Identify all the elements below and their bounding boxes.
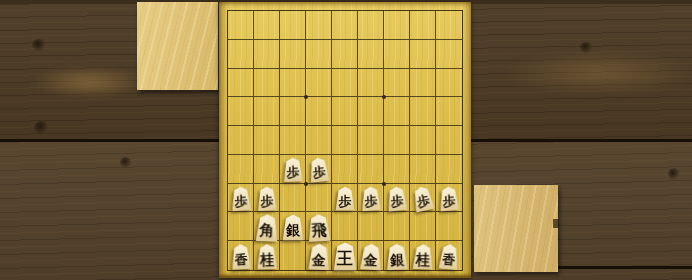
komadai-right[interactable] [474,185,558,272]
hoshi-dot [304,95,308,99]
square-4-2[interactable] [254,97,280,126]
square-2-5[interactable] [332,40,358,69]
piece-pawn[interactable]: 歩 [257,186,278,211]
piece-gold[interactable]: 金 [359,243,382,270]
square-2-3[interactable] [280,40,306,69]
square-2-1[interactable] [228,40,254,69]
square-1-2[interactable] [254,11,280,40]
square-5-4[interactable] [306,126,332,155]
square-2-6[interactable] [358,40,384,69]
wood-knot [34,121,49,134]
piece-bishop[interactable]: 角 [255,214,279,242]
square-6-6[interactable] [358,155,384,184]
square-6-5[interactable] [332,155,358,184]
square-3-6[interactable] [358,69,384,98]
square-6-7[interactable] [384,155,410,184]
square-8-5[interactable] [332,212,358,241]
square-9-3[interactable] [280,241,306,270]
board-grid: 歩歩歩歩歩歩歩歩歩角銀飛香桂金王金銀桂香 [227,10,463,271]
piece-king[interactable]: 王 [333,242,357,270]
piece-lance[interactable]: 香 [438,243,460,270]
square-8-8[interactable] [410,212,436,241]
piece-kanji: 歩 [360,186,381,211]
hoshi-dot [382,95,386,99]
square-6-8[interactable] [410,155,436,184]
piece-kanji: 金 [308,243,331,270]
piece-kanji: 歩 [335,187,355,211]
square-8-6[interactable] [358,212,384,241]
piece-kanji: 銀 [386,243,409,270]
piece-kanji: 歩 [283,158,304,183]
square-5-7[interactable] [384,126,410,155]
piece-kanji: 香 [438,243,460,270]
piece-pawn[interactable]: 歩 [386,186,408,212]
square-2-7[interactable] [384,40,410,69]
piece-kanji: 桂 [412,244,434,270]
piece-kanji: 歩 [386,186,408,212]
wood-knot [120,157,132,168]
square-3-5[interactable] [332,69,358,98]
square-2-8[interactable] [410,40,436,69]
piece-lance[interactable]: 香 [230,243,251,269]
square-8-1[interactable] [228,212,254,241]
wood-knot [32,39,46,51]
piece-rook[interactable]: 飛 [307,214,331,242]
piece-pawn[interactable]: 歩 [335,187,355,211]
piece-kanji: 歩 [438,186,460,211]
square-7-4[interactable] [306,184,332,213]
piece-gold[interactable]: 金 [308,243,331,270]
wood-grain-blotch [500,50,692,96]
square-3-1[interactable] [228,69,254,98]
piece-kanji: 桂 [256,244,277,269]
square-1-6[interactable] [358,11,384,40]
square-5-5[interactable] [332,126,358,155]
piece-pawn[interactable]: 歩 [308,157,330,183]
piece-kanji: 角 [255,214,279,242]
piece-kanji: 歩 [230,186,251,211]
piece-pawn[interactable]: 歩 [283,158,304,183]
square-1-5[interactable] [332,11,358,40]
square-4-3[interactable] [280,97,306,126]
square-5-2[interactable] [254,126,280,155]
piece-knight[interactable]: 桂 [256,244,277,269]
piece-kanji: 歩 [257,186,278,211]
square-3-3[interactable] [280,69,306,98]
komadai-shadow-notch [553,219,559,228]
piece-silver[interactable]: 銀 [282,215,304,241]
wood-knot [580,42,593,53]
square-3-9[interactable] [436,69,462,98]
square-4-5[interactable] [332,97,358,126]
komadai-left[interactable] [137,2,218,90]
square-6-2[interactable] [254,155,280,184]
square-3-7[interactable] [384,69,410,98]
wood-grain-blotch [30,66,148,98]
piece-kanji: 飛 [307,214,331,242]
square-1-3[interactable] [280,11,306,40]
piece-pawn[interactable]: 歩 [360,186,381,211]
scene: 歩歩歩歩歩歩歩歩歩角銀飛香桂金王金銀桂香 [0,0,692,280]
square-4-1[interactable] [228,97,254,126]
shogi-board: 歩歩歩歩歩歩歩歩歩角銀飛香桂金王金銀桂香 [219,2,471,278]
piece-kanji: 王 [333,242,357,270]
square-5-6[interactable] [358,126,384,155]
square-4-4[interactable] [306,97,332,126]
square-3-8[interactable] [410,69,436,98]
square-4-9[interactable] [436,97,462,126]
square-5-9[interactable] [436,126,462,155]
square-2-9[interactable] [436,40,462,69]
square-5-8[interactable] [410,126,436,155]
square-1-9[interactable] [436,11,462,40]
square-2-4[interactable] [306,40,332,69]
hoshi-dot [304,182,308,186]
square-1-8[interactable] [410,11,436,40]
square-8-7[interactable] [384,212,410,241]
square-8-9[interactable] [436,212,462,241]
square-5-1[interactable] [228,126,254,155]
piece-kanji: 歩 [308,157,330,183]
square-3-4[interactable] [306,69,332,98]
square-1-1[interactable] [228,11,254,40]
piece-kanji: 金 [359,243,382,270]
piece-pawn[interactable]: 歩 [438,186,460,211]
square-4-8[interactable] [410,97,436,126]
table-plank-seam-lower [540,266,692,269]
square-4-7[interactable] [384,97,410,126]
hoshi-dot [382,182,386,186]
square-7-3[interactable] [280,184,306,213]
square-1-7[interactable] [384,11,410,40]
square-1-4[interactable] [306,11,332,40]
piece-kanji: 香 [230,243,251,269]
piece-knight[interactable]: 桂 [412,244,434,270]
square-6-1[interactable] [228,155,254,184]
square-6-9[interactable] [436,155,462,184]
piece-silver[interactable]: 銀 [386,243,409,270]
square-2-2[interactable] [254,40,280,69]
wood-knot [668,168,680,180]
piece-pawn[interactable]: 歩 [230,186,251,211]
piece-kanji: 銀 [282,215,304,241]
square-4-6[interactable] [358,97,384,126]
square-5-3[interactable] [280,126,306,155]
square-3-2[interactable] [254,69,280,98]
